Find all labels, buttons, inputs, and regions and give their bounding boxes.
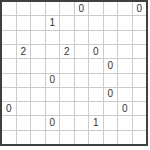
cell-empty-r4c9[interactable] [118,45,132,58]
cell-empty-r5c4[interactable] [46,59,60,72]
cell-empty-r8c6[interactable] [75,102,89,115]
cell-empty-r3c9[interactable] [118,31,132,44]
cell-empty-r4c3[interactable] [31,45,45,58]
cell-clue-r9c7: 1 [89,116,103,129]
cell-empty-r9c3[interactable] [31,116,45,129]
puzzle-board-wrapper: 0012200000001 [0,0,148,146]
cell-empty-r10c2[interactable] [17,131,31,144]
cell-empty-r5c2[interactable] [17,59,31,72]
cell-empty-r9c6[interactable] [75,116,89,129]
cell-empty-r9c5[interactable] [60,116,74,129]
cell-empty-r5c9[interactable] [118,59,132,72]
cell-empty-r8c2[interactable] [17,102,31,115]
cell-empty-r6c6[interactable] [75,74,89,87]
cell-empty-r1c4[interactable] [46,2,60,15]
cell-empty-r5c1[interactable] [2,59,16,72]
cell-empty-r9c1[interactable] [2,116,16,129]
cell-empty-r6c10[interactable] [133,74,147,87]
cell-empty-r10c4[interactable] [46,131,60,144]
cell-empty-r4c1[interactable] [2,45,16,58]
cell-empty-r2c3[interactable] [31,16,45,29]
cell-empty-r7c1[interactable] [2,88,16,101]
cell-empty-r6c9[interactable] [118,74,132,87]
cell-clue-r4c5: 2 [60,45,74,58]
cell-empty-r10c1[interactable] [2,131,16,144]
cell-empty-r5c6[interactable] [75,59,89,72]
cell-empty-r5c7[interactable] [89,59,103,72]
cell-clue-r1c6: 0 [75,2,89,15]
cell-clue-r2c4: 1 [46,16,60,29]
cell-empty-r8c5[interactable] [60,102,74,115]
cell-empty-r1c5[interactable] [60,2,74,15]
cell-empty-r1c1[interactable] [2,2,16,15]
cell-clue-r6c4: 0 [46,74,60,87]
cell-empty-r3c8[interactable] [104,31,118,44]
cell-empty-r9c8[interactable] [104,116,118,129]
cell-empty-r7c4[interactable] [46,88,60,101]
cell-empty-r7c2[interactable] [17,88,31,101]
cell-clue-r8c9: 0 [118,102,132,115]
cell-empty-r10c3[interactable] [31,131,45,144]
cell-empty-r10c9[interactable] [118,131,132,144]
cell-empty-r5c5[interactable] [60,59,74,72]
cell-empty-r8c7[interactable] [89,102,103,115]
cell-empty-r6c8[interactable] [104,74,118,87]
cell-empty-r8c4[interactable] [46,102,60,115]
cell-empty-r6c5[interactable] [60,74,74,87]
cell-empty-r4c4[interactable] [46,45,60,58]
cell-empty-r1c7[interactable] [89,2,103,15]
cell-empty-r6c2[interactable] [17,74,31,87]
cell-empty-r1c3[interactable] [31,2,45,15]
cell-empty-r5c10[interactable] [133,59,147,72]
cell-empty-r3c3[interactable] [31,31,45,44]
cell-empty-r6c1[interactable] [2,74,16,87]
cell-empty-r9c2[interactable] [17,116,31,129]
cell-empty-r1c8[interactable] [104,2,118,15]
cell-empty-r7c3[interactable] [31,88,45,101]
cell-empty-r7c6[interactable] [75,88,89,101]
cell-empty-r3c5[interactable] [60,31,74,44]
cell-empty-r1c9[interactable] [118,2,132,15]
cell-clue-r5c8: 0 [104,59,118,72]
cell-empty-r10c7[interactable] [89,131,103,144]
cell-empty-r6c7[interactable] [89,74,103,87]
cell-clue-r4c7: 0 [89,45,103,58]
cell-clue-r7c8: 0 [104,88,118,101]
cell-clue-r8c1: 0 [2,102,16,115]
cell-empty-r7c5[interactable] [60,88,74,101]
cell-empty-r9c9[interactable] [118,116,132,129]
cell-clue-r4c2: 2 [17,45,31,58]
puzzle-board: 0012200000001 [0,0,148,146]
cell-empty-r3c4[interactable] [46,31,60,44]
cell-empty-r7c9[interactable] [118,88,132,101]
cell-empty-r3c2[interactable] [17,31,31,44]
cell-empty-r6c3[interactable] [31,74,45,87]
cell-empty-r4c6[interactable] [75,45,89,58]
cell-empty-r3c1[interactable] [2,31,16,44]
cell-empty-r2c1[interactable] [2,16,16,29]
cell-clue-r1c10: 0 [133,2,147,15]
cell-empty-r10c6[interactable] [75,131,89,144]
cell-empty-r10c5[interactable] [60,131,74,144]
cell-empty-r10c8[interactable] [104,131,118,144]
cell-empty-r8c10[interactable] [133,102,147,115]
cell-empty-r7c10[interactable] [133,88,147,101]
cell-empty-r1c2[interactable] [17,2,31,15]
cell-empty-r8c3[interactable] [31,102,45,115]
cell-empty-r2c9[interactable] [118,16,132,29]
cell-empty-r2c10[interactable] [133,16,147,29]
cell-empty-r2c8[interactable] [104,16,118,29]
cell-empty-r10c10[interactable] [133,131,147,144]
cell-empty-r3c6[interactable] [75,31,89,44]
cell-empty-r4c8[interactable] [104,45,118,58]
cell-empty-r3c10[interactable] [133,31,147,44]
cell-clue-r9c4: 0 [46,116,60,129]
cell-empty-r5c3[interactable] [31,59,45,72]
cell-empty-r2c2[interactable] [17,16,31,29]
cell-empty-r2c5[interactable] [60,16,74,29]
cell-empty-r9c10[interactable] [133,116,147,129]
cell-empty-r8c8[interactable] [104,102,118,115]
cell-empty-r2c7[interactable] [89,16,103,29]
cell-empty-r7c7[interactable] [89,88,103,101]
cell-empty-r4c10[interactable] [133,45,147,58]
cell-empty-r3c7[interactable] [89,31,103,44]
cell-empty-r2c6[interactable] [75,16,89,29]
